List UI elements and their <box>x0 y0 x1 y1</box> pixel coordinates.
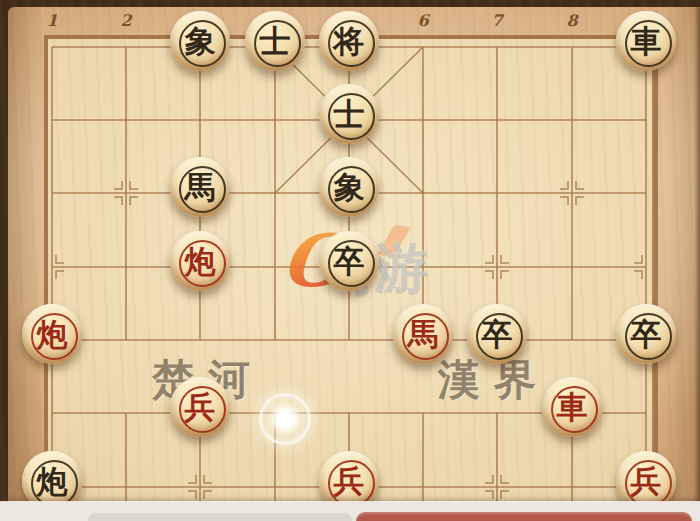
piece-character: 炮 <box>170 231 230 291</box>
piece-character: 馬 <box>393 304 453 364</box>
piece-black-soldier[interactable]: 卒 <box>467 304 527 364</box>
piece-black-general[interactable]: 将 <box>319 11 379 71</box>
piece-character: 象 <box>319 157 379 217</box>
piece-character: 士 <box>245 11 305 71</box>
piece-black-advisor[interactable]: 士 <box>245 11 305 71</box>
piece-character: 卒 <box>319 231 379 291</box>
piece-red-chariot[interactable]: 車 <box>542 377 602 437</box>
piece-black-chariot[interactable]: 車 <box>616 11 676 71</box>
piece-black-advisor[interactable]: 士 <box>319 84 379 144</box>
piece-black-soldier[interactable]: 卒 <box>319 231 379 291</box>
piece-character: 馬 <box>170 157 230 217</box>
piece-character: 将 <box>319 11 379 71</box>
piece-character: 車 <box>616 11 676 71</box>
piece-character: 車 <box>542 377 602 437</box>
xiangqi-game-screen: 楚河 漢界 G 小 游 123456789 象士将車士馬象炮卒炮馬卒卒兵車炮兵兵 <box>0 0 700 521</box>
piece-red-cannon[interactable]: 炮 <box>22 304 82 364</box>
move-target-dot[interactable] <box>259 393 311 445</box>
piece-character: 炮 <box>22 304 82 364</box>
piece-character: 士 <box>319 84 379 144</box>
piece-black-elephant[interactable]: 象 <box>170 11 230 71</box>
piece-black-elephant[interactable]: 象 <box>319 157 379 217</box>
piece-character: 卒 <box>616 304 676 364</box>
piece-red-horse[interactable]: 馬 <box>393 304 453 364</box>
piece-red-cannon[interactable]: 炮 <box>170 231 230 291</box>
piece-black-soldier[interactable]: 卒 <box>616 304 676 364</box>
bottom-left-panel <box>88 513 352 521</box>
piece-black-horse[interactable]: 馬 <box>170 157 230 217</box>
bottom-red-button-bar[interactable] <box>356 512 692 521</box>
piece-character: 兵 <box>170 377 230 437</box>
piece-character: 卒 <box>467 304 527 364</box>
piece-red-soldier[interactable]: 兵 <box>170 377 230 437</box>
pieces-layer: 象士将車士馬象炮卒炮馬卒卒兵車炮兵兵 <box>0 0 700 521</box>
piece-character: 象 <box>170 11 230 71</box>
